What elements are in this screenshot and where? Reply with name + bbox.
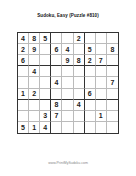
sudoku-cell-r7c7	[85, 100, 96, 111]
sudoku-cell-r7c9	[107, 100, 118, 111]
sudoku-cell-r4c4	[51, 66, 62, 77]
sudoku-cell-r8c2	[29, 111, 40, 122]
sudoku-cell-r9c2: 1	[29, 122, 40, 133]
sudoku-cell-r5c8	[96, 77, 107, 88]
sudoku-board: 48522964586982744712684371514	[17, 32, 119, 134]
sudoku-cell-r7c2	[29, 100, 40, 111]
sudoku-cell-r6c5	[62, 89, 73, 100]
sudoku-cell-r8c9	[107, 111, 118, 122]
sudoku-cell-r3c3	[40, 55, 51, 66]
sudoku-cell-r1c5	[62, 33, 73, 44]
sudoku-cell-r2c5: 4	[62, 44, 73, 55]
sudoku-cell-r3c9	[107, 55, 118, 66]
sudoku-cell-r4c5	[62, 66, 73, 77]
sudoku-cell-r5c2	[29, 77, 40, 88]
sudoku-cell-r8c6	[74, 111, 85, 122]
sudoku-cell-r6c7: 6	[85, 89, 96, 100]
sudoku-cell-r6c6	[74, 89, 85, 100]
sudoku-cell-r1c6: 2	[74, 33, 85, 44]
sudoku-cell-r2c2: 9	[29, 44, 40, 55]
sudoku-cell-r4c3	[40, 66, 51, 77]
sudoku-cell-r1c2: 8	[29, 33, 40, 44]
footer-url: www.PrintMySudoku.com	[0, 161, 136, 165]
sudoku-cell-r2c3	[40, 44, 51, 55]
sudoku-cell-r9c9	[107, 122, 118, 133]
sudoku-cell-r9c8	[96, 122, 107, 133]
sudoku-cell-r5c1	[18, 77, 29, 88]
sudoku-cell-r5c6	[74, 77, 85, 88]
sudoku-cell-r6c8	[96, 89, 107, 100]
sudoku-cell-r9c3: 4	[40, 122, 51, 133]
sudoku-cell-r4c1	[18, 66, 29, 77]
sudoku-cell-r6c2: 2	[29, 89, 40, 100]
sudoku-cell-r1c1: 4	[18, 33, 29, 44]
sudoku-cell-r7c6: 4	[74, 100, 85, 111]
sudoku-cell-r1c8	[96, 33, 107, 44]
sudoku-cell-r2c7: 5	[85, 44, 96, 55]
sudoku-cell-r4c8	[96, 66, 107, 77]
sudoku-cell-r8c3: 3	[40, 111, 51, 122]
sudoku-cell-r5c9: 7	[107, 77, 118, 88]
sudoku-cell-r8c7	[85, 111, 96, 122]
sudoku-cell-r5c4: 4	[51, 77, 62, 88]
sudoku-cell-r9c1: 5	[18, 122, 29, 133]
sudoku-cell-r1c3: 5	[40, 33, 51, 44]
sudoku-cell-r3c4	[51, 55, 62, 66]
sudoku-cell-r2c4: 6	[51, 44, 62, 55]
sudoku-cell-r6c1: 1	[18, 89, 29, 100]
sudoku-cell-r1c9	[107, 33, 118, 44]
sudoku-cell-r7c1	[18, 100, 29, 111]
sudoku-cell-r7c8	[96, 100, 107, 111]
sudoku-cell-r3c2	[29, 55, 40, 66]
sudoku-cell-r8c1	[18, 111, 29, 122]
sudoku-cell-r1c7	[85, 33, 96, 44]
sudoku-cell-r2c8	[96, 44, 107, 55]
sudoku-cell-r3c6: 8	[74, 55, 85, 66]
sudoku-cell-r7c4: 8	[51, 100, 62, 111]
sudoku-cell-r9c6	[74, 122, 85, 133]
sudoku-cell-r8c8: 1	[96, 111, 107, 122]
sudoku-cell-r8c4: 7	[51, 111, 62, 122]
sudoku-cell-r4c6	[74, 66, 85, 77]
sudoku-cell-r6c4	[51, 89, 62, 100]
sudoku-cell-r5c5	[62, 77, 73, 88]
sudoku-cell-r4c9	[107, 66, 118, 77]
sudoku-cell-r4c2: 4	[29, 66, 40, 77]
sudoku-cell-r3c7: 2	[85, 55, 96, 66]
sudoku-cell-r9c4	[51, 122, 62, 133]
sudoku-cell-r6c9	[107, 89, 118, 100]
puzzle-title: Sudoku, Easy (Puzzle #810)	[0, 13, 136, 18]
sudoku-cell-r7c3	[40, 100, 51, 111]
sudoku-cell-r5c3	[40, 77, 51, 88]
sudoku-cell-r9c5	[62, 122, 73, 133]
sudoku-cell-r7c5	[62, 100, 73, 111]
sudoku-cell-r2c6	[74, 44, 85, 55]
sudoku-cell-r3c1: 6	[18, 55, 29, 66]
sudoku-cell-r2c1: 2	[18, 44, 29, 55]
sudoku-cell-r8c5	[62, 111, 73, 122]
sudoku-cell-r1c4	[51, 33, 62, 44]
sudoku-cell-r2c9: 8	[107, 44, 118, 55]
sudoku-cell-r6c3	[40, 89, 51, 100]
sudoku-cell-r3c8: 7	[96, 55, 107, 66]
sudoku-cell-r9c7	[85, 122, 96, 133]
sudoku-cell-r3c5: 9	[62, 55, 73, 66]
sudoku-cell-r4c7	[85, 66, 96, 77]
sudoku-cell-r5c7	[85, 77, 96, 88]
